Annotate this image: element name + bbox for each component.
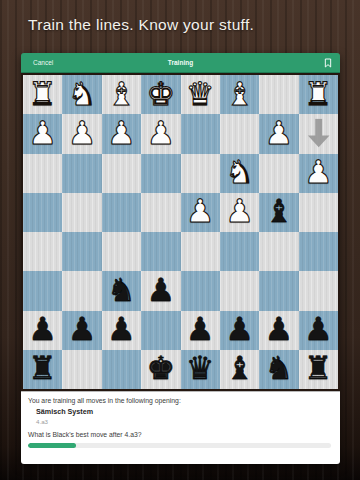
white-king: ♚: [146, 78, 175, 110]
square-c1[interactable]: ♝: [220, 75, 259, 114]
square-f1[interactable]: ♝: [102, 75, 141, 114]
black-knight: ♞: [265, 352, 294, 384]
black-king: ♚: [146, 352, 175, 384]
bookmark-button[interactable]: [316, 58, 340, 68]
square-f4[interactable]: [102, 193, 141, 232]
square-e2[interactable]: ♟: [141, 114, 180, 153]
white-pawn: ♟: [146, 117, 175, 149]
square-d7[interactable]: ♟: [181, 311, 220, 350]
chess-board: ♜♞♝♚♛♝♜♟♟♟♟♟♞♟♟♟♝♞♟♟♟♟♟♟♟♟♜♚♛♝♞♜: [21, 73, 340, 391]
cancel-button[interactable]: Cancel: [21, 59, 53, 66]
square-d6[interactable]: [181, 271, 220, 310]
square-d8[interactable]: ♛: [181, 350, 220, 389]
white-bishop: ♝: [107, 78, 136, 110]
training-window: Cancel Training ♜♞♝♚♛♝♜♟♟♟♟♟♞♟♟♟♝♞♟♟♟♟♟♟…: [21, 53, 340, 464]
black-pawn: ♟: [225, 313, 254, 345]
square-h5[interactable]: [23, 232, 62, 271]
black-rook: ♜: [304, 352, 333, 384]
white-pawn: ♟: [225, 195, 254, 227]
square-d4[interactable]: ♟: [181, 193, 220, 232]
black-knight: ♞: [107, 274, 136, 306]
square-f5[interactable]: [102, 232, 141, 271]
square-a1[interactable]: ♜: [299, 75, 338, 114]
square-h4[interactable]: [23, 193, 62, 232]
square-a4[interactable]: [299, 193, 338, 232]
square-g8[interactable]: [62, 350, 101, 389]
progress-bar: [28, 443, 331, 448]
white-rook: ♜: [28, 78, 57, 110]
navbar: Cancel Training: [21, 53, 340, 73]
square-c8[interactable]: ♝: [220, 350, 259, 389]
black-pawn: ♟: [265, 313, 294, 345]
black-pawn: ♟: [186, 313, 215, 345]
square-h8[interactable]: ♜: [23, 350, 62, 389]
square-g1[interactable]: ♞: [62, 75, 101, 114]
white-knight: ♞: [68, 78, 97, 110]
square-h7[interactable]: ♟: [23, 311, 62, 350]
last-move-arrow-icon: [299, 114, 338, 153]
square-e7[interactable]: [141, 311, 180, 350]
black-pawn: ♟: [304, 313, 333, 345]
training-panel: You are training all moves in the follow…: [21, 391, 340, 464]
white-knight: ♞: [225, 156, 254, 188]
black-pawn: ♟: [28, 313, 57, 345]
opening-name: Sämisch System: [36, 407, 333, 416]
square-b2[interactable]: ♟: [259, 114, 298, 153]
white-pawn: ♟: [68, 117, 97, 149]
square-b8[interactable]: ♞: [259, 350, 298, 389]
black-bishop: ♝: [225, 352, 254, 384]
white-pawn: ♟: [304, 156, 333, 188]
square-d3[interactable]: [181, 154, 220, 193]
square-e5[interactable]: [141, 232, 180, 271]
black-rook: ♜: [28, 352, 57, 384]
square-g5[interactable]: [62, 232, 101, 271]
square-c3[interactable]: ♞: [220, 154, 259, 193]
square-b6[interactable]: [259, 271, 298, 310]
square-h2[interactable]: ♟: [23, 114, 62, 153]
square-g4[interactable]: [62, 193, 101, 232]
opening-moves: 4.a3: [36, 418, 333, 425]
white-rook: ♜: [304, 78, 333, 110]
square-g3[interactable]: [62, 154, 101, 193]
black-bishop: ♝: [265, 195, 294, 227]
square-b4[interactable]: ♝: [259, 193, 298, 232]
black-pawn: ♟: [146, 274, 175, 306]
bookmark-icon: [324, 58, 332, 68]
black-queen: ♛: [186, 352, 215, 384]
white-pawn: ♟: [186, 195, 215, 227]
square-c6[interactable]: [220, 271, 259, 310]
square-e6[interactable]: ♟: [141, 271, 180, 310]
square-b5[interactable]: [259, 232, 298, 271]
square-e8[interactable]: ♚: [141, 350, 180, 389]
white-pawn: ♟: [265, 117, 294, 149]
square-a5[interactable]: [299, 232, 338, 271]
square-f3[interactable]: [102, 154, 141, 193]
square-e3[interactable]: [141, 154, 180, 193]
square-e1[interactable]: ♚: [141, 75, 180, 114]
question-text: What is Black's best move after 4.a3?: [28, 431, 333, 438]
white-queen: ♛: [186, 78, 215, 110]
square-b7[interactable]: ♟: [259, 311, 298, 350]
square-a6[interactable]: [299, 271, 338, 310]
square-f6[interactable]: ♞: [102, 271, 141, 310]
square-a2[interactable]: [299, 114, 338, 153]
square-e4[interactable]: [141, 193, 180, 232]
square-f2[interactable]: ♟: [102, 114, 141, 153]
navbar-title: Training: [21, 59, 340, 66]
square-g2[interactable]: ♟: [62, 114, 101, 153]
square-g6[interactable]: [62, 271, 101, 310]
black-pawn: ♟: [68, 313, 97, 345]
white-pawn: ♟: [107, 117, 136, 149]
training-note: You are training all moves in the follow…: [28, 397, 333, 404]
white-bishop: ♝: [225, 78, 254, 110]
app-screenshot: { "page": { "headline": "Train the lines…: [0, 0, 360, 480]
square-b1[interactable]: [259, 75, 298, 114]
square-h3[interactable]: [23, 154, 62, 193]
square-c4[interactable]: ♟: [220, 193, 259, 232]
square-c5[interactable]: [220, 232, 259, 271]
square-f7[interactable]: ♟: [102, 311, 141, 350]
square-d5[interactable]: [181, 232, 220, 271]
square-a3[interactable]: ♟: [299, 154, 338, 193]
square-h6[interactable]: [23, 271, 62, 310]
progress-fill: [28, 443, 76, 448]
square-h1[interactable]: ♜: [23, 75, 62, 114]
white-pawn: ♟: [28, 117, 57, 149]
page-title: Train the lines. Know your stuff.: [28, 16, 254, 34]
square-d1[interactable]: ♛: [181, 75, 220, 114]
square-d2[interactable]: [181, 114, 220, 153]
square-c7[interactable]: ♟: [220, 311, 259, 350]
square-b3[interactable]: [259, 154, 298, 193]
square-a8[interactable]: ♜: [299, 350, 338, 389]
square-g7[interactable]: ♟: [62, 311, 101, 350]
square-c2[interactable]: [220, 114, 259, 153]
square-f8[interactable]: [102, 350, 141, 389]
black-pawn: ♟: [107, 313, 136, 345]
square-a7[interactable]: ♟: [299, 311, 338, 350]
